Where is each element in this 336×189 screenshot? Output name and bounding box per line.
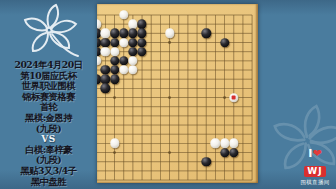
komi-rule: 黑贴3又3/4子 bbox=[0, 166, 97, 177]
right-strip: I❤ WJ 围棋直播间 bbox=[258, 0, 336, 189]
game-result: 黑中盘胜 bbox=[0, 177, 97, 188]
star-point bbox=[223, 96, 226, 99]
channel-caption: 围棋直播间 bbox=[297, 179, 333, 185]
star-point bbox=[113, 151, 116, 154]
star-point bbox=[113, 96, 116, 99]
star-point bbox=[168, 96, 171, 99]
black-player-rank: (九段) bbox=[0, 124, 97, 135]
last-move-marker bbox=[232, 96, 235, 99]
channel-logo-name: WJ bbox=[304, 166, 325, 177]
info-panel: 2024年4月20日 第10届应氏杯 世界职业围棋 锦标赛资格赛 首轮 黑棋:金… bbox=[0, 0, 97, 189]
broadcast-frame: 2024年4月20日 第10届应氏杯 世界职业围棋 锦标赛资格赛 首轮 黑棋:金… bbox=[0, 0, 336, 189]
star-point bbox=[168, 151, 171, 154]
channel-logo: I❤ WJ 围棋直播间 bbox=[297, 148, 333, 185]
channel-logo-top: I❤ bbox=[297, 148, 333, 159]
event-date: 2024年4月20日 bbox=[0, 60, 97, 71]
black-player: 黑棋:金恩持 bbox=[0, 113, 97, 124]
go-board[interactable] bbox=[97, 4, 258, 183]
heart-icon: ❤ bbox=[312, 147, 321, 160]
flower-logo bbox=[8, 2, 90, 60]
event-info: 2024年4月20日 第10届应氏杯 世界职业围棋 锦标赛资格赛 首轮 黑棋:金… bbox=[0, 60, 97, 187]
star-point bbox=[168, 41, 171, 44]
